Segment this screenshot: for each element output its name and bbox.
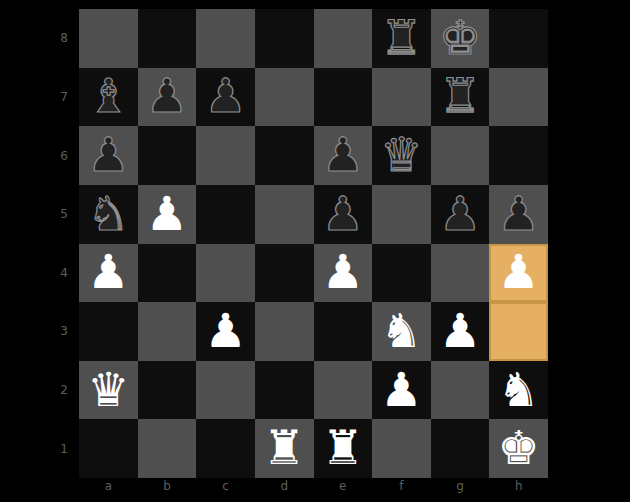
square-f1[interactable]	[372, 419, 431, 478]
file-label-e: e	[314, 477, 373, 497]
square-c8[interactable]	[196, 9, 255, 68]
black-pawn[interactable]: ♟	[146, 72, 188, 119]
square-f7[interactable]	[372, 68, 431, 127]
square-e7[interactable]	[314, 68, 373, 127]
square-f3[interactable]: ♞	[372, 302, 431, 361]
square-f4[interactable]	[372, 244, 431, 303]
rank-label-8: 8	[0, 9, 75, 68]
square-a8[interactable]	[79, 9, 138, 68]
square-h7[interactable]	[489, 68, 548, 127]
square-c1[interactable]	[196, 419, 255, 478]
square-a6[interactable]: ♟	[79, 126, 138, 185]
square-d7[interactable]	[255, 68, 314, 127]
file-label-h: h	[489, 477, 548, 497]
square-h1[interactable]: ♚	[489, 419, 548, 478]
black-bishop[interactable]: ♝	[87, 72, 129, 119]
square-f8[interactable]: ♜	[372, 9, 431, 68]
square-b8[interactable]	[138, 9, 197, 68]
rank-label-6: 6	[0, 126, 75, 185]
black-pawn[interactable]: ♟	[498, 190, 540, 237]
square-f6[interactable]: ♛	[372, 126, 431, 185]
black-rook[interactable]: ♜	[380, 14, 422, 61]
square-h2[interactable]: ♞	[489, 361, 548, 420]
square-c5[interactable]	[196, 185, 255, 244]
square-c4[interactable]	[196, 244, 255, 303]
black-rook[interactable]: ♜	[439, 72, 481, 119]
black-pawn[interactable]: ♟	[439, 190, 481, 237]
black-pawn[interactable]: ♟	[322, 131, 364, 178]
file-label-f: f	[372, 477, 431, 497]
square-e1[interactable]: ♜	[314, 419, 373, 478]
rank-coordinates: 87654321	[0, 9, 75, 478]
square-b1[interactable]	[138, 419, 197, 478]
white-pawn[interactable]: ♟	[322, 248, 364, 295]
file-coordinates: abcdefgh	[79, 477, 548, 497]
square-b6[interactable]	[138, 126, 197, 185]
square-b7[interactable]: ♟	[138, 68, 197, 127]
black-king[interactable]: ♚	[439, 14, 481, 61]
white-rook[interactable]: ♜	[263, 424, 305, 471]
rank-label-5: 5	[0, 185, 75, 244]
black-pawn[interactable]: ♟	[322, 190, 364, 237]
rank-label-4: 4	[0, 244, 75, 303]
white-pawn[interactable]: ♟	[87, 248, 129, 295]
square-a2[interactable]: ♛	[79, 361, 138, 420]
board-background: 87654321 ♜♚♝♟♟♜♟♟♛♞♟♟♟♟♟♟♟♟♞♟♛♟♞♜♜♚ abcd…	[0, 0, 630, 502]
square-e4[interactable]: ♟	[314, 244, 373, 303]
square-g5[interactable]: ♟	[431, 185, 490, 244]
square-h5[interactable]: ♟	[489, 185, 548, 244]
square-d1[interactable]: ♜	[255, 419, 314, 478]
square-e2[interactable]	[314, 361, 373, 420]
square-c6[interactable]	[196, 126, 255, 185]
square-d2[interactable]	[255, 361, 314, 420]
square-a4[interactable]: ♟	[79, 244, 138, 303]
file-label-d: d	[255, 477, 314, 497]
white-pawn[interactable]: ♟	[204, 307, 246, 354]
square-c7[interactable]: ♟	[196, 68, 255, 127]
square-g7[interactable]: ♜	[431, 68, 490, 127]
square-d4[interactable]	[255, 244, 314, 303]
white-pawn[interactable]: ♟	[146, 190, 188, 237]
square-h4[interactable]: ♟	[489, 244, 548, 303]
square-g2[interactable]	[431, 361, 490, 420]
square-a1[interactable]	[79, 419, 138, 478]
white-rook[interactable]: ♜	[322, 424, 364, 471]
file-label-b: b	[138, 477, 197, 497]
square-b4[interactable]	[138, 244, 197, 303]
white-king[interactable]: ♚	[498, 424, 540, 471]
square-a5[interactable]: ♞	[79, 185, 138, 244]
black-queen[interactable]: ♛	[380, 131, 422, 178]
white-knight[interactable]: ♞	[380, 307, 422, 354]
square-d5[interactable]	[255, 185, 314, 244]
file-label-c: c	[196, 477, 255, 497]
chess-board: ♜♚♝♟♟♜♟♟♛♞♟♟♟♟♟♟♟♟♞♟♛♟♞♜♜♚	[79, 9, 548, 478]
white-knight[interactable]: ♞	[498, 366, 540, 413]
file-label-a: a	[79, 477, 138, 497]
black-pawn[interactable]: ♟	[204, 72, 246, 119]
square-b2[interactable]	[138, 361, 197, 420]
square-d8[interactable]	[255, 9, 314, 68]
square-d6[interactable]	[255, 126, 314, 185]
square-c3[interactable]: ♟	[196, 302, 255, 361]
square-e6[interactable]: ♟	[314, 126, 373, 185]
rank-label-2: 2	[0, 361, 75, 420]
black-pawn[interactable]: ♟	[87, 131, 129, 178]
square-h3[interactable]	[489, 302, 548, 361]
square-e8[interactable]	[314, 9, 373, 68]
square-f2[interactable]: ♟	[372, 361, 431, 420]
white-queen[interactable]: ♛	[87, 366, 129, 413]
square-g3[interactable]: ♟	[431, 302, 490, 361]
black-knight[interactable]: ♞	[87, 190, 129, 237]
square-g4[interactable]	[431, 244, 490, 303]
square-h8[interactable]	[489, 9, 548, 68]
square-c2[interactable]	[196, 361, 255, 420]
file-label-g: g	[431, 477, 490, 497]
square-e3[interactable]	[314, 302, 373, 361]
square-a7[interactable]: ♝	[79, 68, 138, 127]
rank-label-1: 1	[0, 419, 75, 478]
white-pawn[interactable]: ♟	[498, 248, 540, 295]
square-b5[interactable]: ♟	[138, 185, 197, 244]
square-b3[interactable]	[138, 302, 197, 361]
rank-label-3: 3	[0, 302, 75, 361]
square-g8[interactable]: ♚	[431, 9, 490, 68]
white-pawn[interactable]: ♟	[380, 366, 422, 413]
white-pawn[interactable]: ♟	[439, 307, 481, 354]
square-d3[interactable]	[255, 302, 314, 361]
rank-label-7: 7	[0, 68, 75, 127]
square-h6[interactable]	[489, 126, 548, 185]
square-g6[interactable]	[431, 126, 490, 185]
square-e5[interactable]: ♟	[314, 185, 373, 244]
square-a3[interactable]	[79, 302, 138, 361]
square-g1[interactable]	[431, 419, 490, 478]
square-f5[interactable]	[372, 185, 431, 244]
